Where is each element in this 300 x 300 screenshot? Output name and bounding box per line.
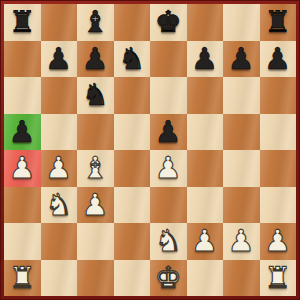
chess-board: ♜♝♚♜♟♟♞♟♟♟♞♟♟♟♟♝♟♞♟♞♟♟♟♜♚♜ (4, 4, 296, 296)
square-a6[interactable] (4, 77, 41, 114)
piece-white-king: ♚ (155, 260, 182, 296)
square-d5[interactable] (114, 114, 151, 151)
piece-black-pawn: ♟ (191, 41, 218, 77)
square-a3[interactable] (4, 187, 41, 224)
square-c4[interactable]: ♝ (77, 150, 114, 187)
square-h2[interactable]: ♟ (260, 223, 297, 260)
square-g4[interactable] (223, 150, 260, 187)
piece-black-knight: ♞ (118, 41, 145, 77)
board-frame: ♜♝♚♜♟♟♞♟♟♟♞♟♟♟♟♝♟♞♟♞♟♟♟♜♚♜ (0, 0, 300, 300)
square-d6[interactable] (114, 77, 151, 114)
piece-black-pawn: ♟ (45, 41, 72, 77)
square-c1[interactable] (77, 260, 114, 297)
square-e8[interactable]: ♚ (150, 4, 187, 41)
piece-white-pawn: ♟ (82, 187, 109, 223)
square-a1[interactable]: ♜ (4, 260, 41, 297)
square-g5[interactable] (223, 114, 260, 151)
square-e3[interactable] (150, 187, 187, 224)
square-d4[interactable] (114, 150, 151, 187)
square-h3[interactable] (260, 187, 297, 224)
square-g7[interactable]: ♟ (223, 41, 260, 78)
square-b2[interactable] (41, 223, 78, 260)
square-g2[interactable]: ♟ (223, 223, 260, 260)
square-f8[interactable] (187, 4, 224, 41)
square-e1[interactable]: ♚ (150, 260, 187, 297)
square-c2[interactable] (77, 223, 114, 260)
square-d3[interactable] (114, 187, 151, 224)
piece-black-knight: ♞ (82, 77, 109, 113)
square-b7[interactable]: ♟ (41, 41, 78, 78)
square-g6[interactable] (223, 77, 260, 114)
piece-white-bishop: ♝ (82, 150, 109, 186)
square-d2[interactable] (114, 223, 151, 260)
square-d1[interactable] (114, 260, 151, 297)
square-f7[interactable]: ♟ (187, 41, 224, 78)
square-e4[interactable]: ♟ (150, 150, 187, 187)
square-a7[interactable] (4, 41, 41, 78)
square-e6[interactable] (150, 77, 187, 114)
square-a5[interactable]: ♟ (4, 114, 41, 151)
square-f3[interactable] (187, 187, 224, 224)
square-b3[interactable]: ♞ (41, 187, 78, 224)
square-h4[interactable] (260, 150, 297, 187)
piece-white-pawn: ♟ (228, 223, 255, 259)
square-f2[interactable]: ♟ (187, 223, 224, 260)
square-g3[interactable] (223, 187, 260, 224)
piece-black-bishop: ♝ (82, 4, 109, 40)
square-h1[interactable]: ♜ (260, 260, 297, 297)
piece-white-knight: ♞ (155, 223, 182, 259)
piece-black-pawn: ♟ (228, 41, 255, 77)
piece-black-rook: ♜ (9, 4, 36, 40)
square-b6[interactable] (41, 77, 78, 114)
square-h8[interactable]: ♜ (260, 4, 297, 41)
piece-black-king: ♚ (155, 4, 182, 40)
square-e2[interactable]: ♞ (150, 223, 187, 260)
square-e5[interactable]: ♟ (150, 114, 187, 151)
square-h7[interactable]: ♟ (260, 41, 297, 78)
piece-white-pawn: ♟ (191, 223, 218, 259)
square-d8[interactable] (114, 4, 151, 41)
piece-black-rook: ♜ (264, 4, 291, 40)
piece-white-pawn: ♟ (45, 150, 72, 186)
square-b4[interactable]: ♟ (41, 150, 78, 187)
square-h5[interactable] (260, 114, 297, 151)
square-a4[interactable]: ♟ (4, 150, 41, 187)
square-g1[interactable] (223, 260, 260, 297)
square-b5[interactable] (41, 114, 78, 151)
square-f1[interactable] (187, 260, 224, 297)
square-g8[interactable] (223, 4, 260, 41)
piece-black-pawn: ♟ (155, 114, 182, 150)
square-c5[interactable] (77, 114, 114, 151)
square-h6[interactable] (260, 77, 297, 114)
piece-white-pawn: ♟ (264, 223, 291, 259)
piece-white-pawn: ♟ (9, 150, 36, 186)
square-d7[interactable]: ♞ (114, 41, 151, 78)
square-f4[interactable] (187, 150, 224, 187)
square-e7[interactable] (150, 41, 187, 78)
square-b1[interactable] (41, 260, 78, 297)
square-b8[interactable] (41, 4, 78, 41)
piece-black-pawn: ♟ (82, 41, 109, 77)
piece-black-pawn: ♟ (264, 41, 291, 77)
square-f5[interactable] (187, 114, 224, 151)
square-c6[interactable]: ♞ (77, 77, 114, 114)
piece-white-knight: ♞ (45, 187, 72, 223)
piece-white-rook: ♜ (264, 260, 291, 296)
piece-black-pawn: ♟ (9, 114, 36, 150)
piece-white-rook: ♜ (9, 260, 36, 296)
square-c7[interactable]: ♟ (77, 41, 114, 78)
square-f6[interactable] (187, 77, 224, 114)
square-a8[interactable]: ♜ (4, 4, 41, 41)
piece-white-pawn: ♟ (155, 150, 182, 186)
square-c3[interactable]: ♟ (77, 187, 114, 224)
square-c8[interactable]: ♝ (77, 4, 114, 41)
square-a2[interactable] (4, 223, 41, 260)
